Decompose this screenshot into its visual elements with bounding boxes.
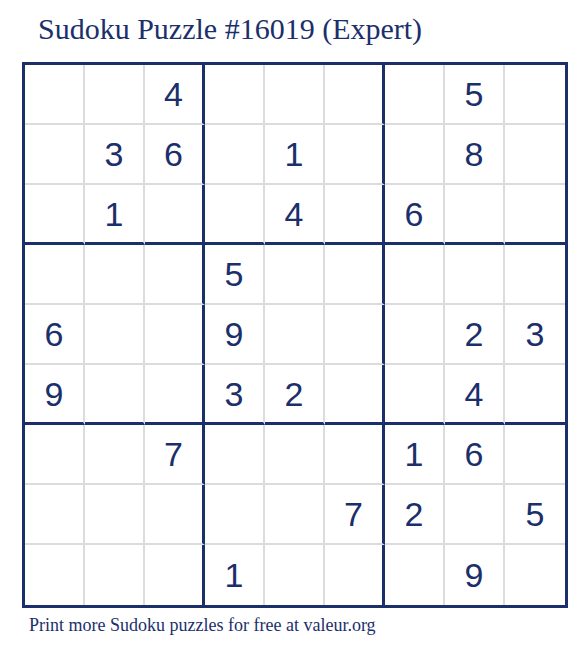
cell-r6c5: 2: [265, 365, 325, 425]
cell-r1c2: [85, 65, 145, 125]
cell-r1c9: [505, 65, 565, 125]
cell-r2c7: [385, 125, 445, 185]
cell-r7c2: [85, 425, 145, 485]
cell-r3c1: [25, 185, 85, 245]
cell-r5c1: 6: [25, 305, 85, 365]
cell-r6c2: [85, 365, 145, 425]
cell-r2c6: [325, 125, 385, 185]
cell-r9c3: [145, 545, 205, 605]
cell-r6c3: [145, 365, 205, 425]
cell-r9c7: [385, 545, 445, 605]
cell-r3c5: 4: [265, 185, 325, 245]
cell-r4c7: [385, 245, 445, 305]
cell-r8c8: [445, 485, 505, 545]
cell-r6c6: [325, 365, 385, 425]
cell-r9c8: 9: [445, 545, 505, 605]
cell-r3c2: 1: [85, 185, 145, 245]
cell-r6c4: 3: [205, 365, 265, 425]
cell-r4c5: [265, 245, 325, 305]
cell-r1c6: [325, 65, 385, 125]
cell-r4c2: [85, 245, 145, 305]
cell-r9c4: 1: [205, 545, 265, 605]
cell-r4c9: [505, 245, 565, 305]
cell-r4c3: [145, 245, 205, 305]
cell-r1c8: 5: [445, 65, 505, 125]
cell-r5c5: [265, 305, 325, 365]
cell-r4c6: [325, 245, 385, 305]
cell-r9c2: [85, 545, 145, 605]
cell-r3c6: [325, 185, 385, 245]
cell-r7c7: 1: [385, 425, 445, 485]
cell-r2c9: [505, 125, 565, 185]
cell-r1c1: [25, 65, 85, 125]
cell-r1c4: [205, 65, 265, 125]
cell-r8c3: [145, 485, 205, 545]
cell-r2c3: 6: [145, 125, 205, 185]
cell-r3c3: [145, 185, 205, 245]
cell-r6c1: 9: [25, 365, 85, 425]
cell-r9c1: [25, 545, 85, 605]
cell-r2c2: 3: [85, 125, 145, 185]
cell-r5c8: 2: [445, 305, 505, 365]
cell-r4c1: [25, 245, 85, 305]
cell-r7c4: [205, 425, 265, 485]
cell-r7c8: 6: [445, 425, 505, 485]
cell-r8c4: [205, 485, 265, 545]
cell-r6c8: 4: [445, 365, 505, 425]
cell-r2c1: [25, 125, 85, 185]
cell-r1c7: [385, 65, 445, 125]
sudoku-page: Sudoku Puzzle #16019 (Expert) 4536181465…: [0, 0, 580, 651]
cell-r3c7: 6: [385, 185, 445, 245]
cell-r4c8: [445, 245, 505, 305]
cell-r7c6: [325, 425, 385, 485]
cell-r1c3: 4: [145, 65, 205, 125]
cell-r3c9: [505, 185, 565, 245]
cell-r3c4: [205, 185, 265, 245]
footer-text: Print more Sudoku puzzles for free at va…: [29, 614, 376, 637]
cell-r5c3: [145, 305, 205, 365]
cell-r5c6: [325, 305, 385, 365]
cell-r9c5: [265, 545, 325, 605]
cell-r9c9: [505, 545, 565, 605]
cell-r7c1: [25, 425, 85, 485]
cell-r2c4: [205, 125, 265, 185]
cell-r6c9: [505, 365, 565, 425]
cell-r5c7: [385, 305, 445, 365]
cell-r8c7: 2: [385, 485, 445, 545]
cell-r7c5: [265, 425, 325, 485]
cell-r2c5: 1: [265, 125, 325, 185]
cell-r1c5: [265, 65, 325, 125]
page-title: Sudoku Puzzle #16019 (Expert): [38, 12, 422, 47]
cell-r8c5: [265, 485, 325, 545]
cell-r8c9: 5: [505, 485, 565, 545]
cell-r5c4: 9: [205, 305, 265, 365]
cell-r2c8: 8: [445, 125, 505, 185]
cell-r4c4: 5: [205, 245, 265, 305]
cell-r5c9: 3: [505, 305, 565, 365]
sudoku-board: 45361814656923932471672519: [22, 62, 568, 608]
cell-r6c7: [385, 365, 445, 425]
cell-r8c2: [85, 485, 145, 545]
cell-r7c3: 7: [145, 425, 205, 485]
cell-r3c8: [445, 185, 505, 245]
cell-r9c6: [325, 545, 385, 605]
cell-r8c1: [25, 485, 85, 545]
cell-r7c9: [505, 425, 565, 485]
cell-r8c6: 7: [325, 485, 385, 545]
cell-r5c2: [85, 305, 145, 365]
